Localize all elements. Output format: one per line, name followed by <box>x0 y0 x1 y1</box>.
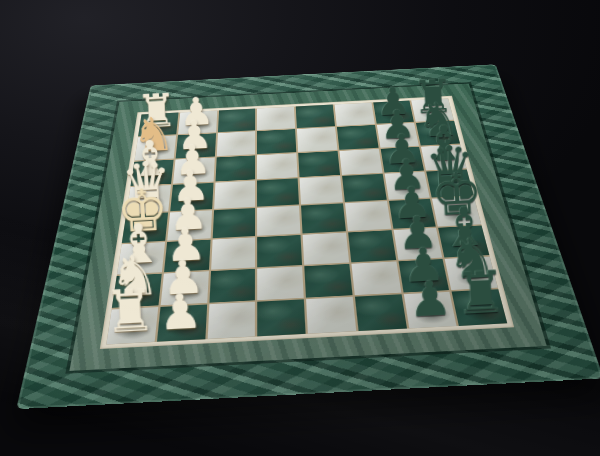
square-g5 <box>304 264 352 298</box>
photo-scene: ♜♟♟♜♞♟♟♞♝♟♟♝♛♟♟♛♚♟♟♚♝♟♟♝♞♟♟♞♜♟♟♜ <box>0 0 600 456</box>
piece-white-rook-h1: ♜ <box>103 284 157 339</box>
piece-white-pawn-h2: ♟ <box>157 290 202 337</box>
square-c5 <box>298 151 340 177</box>
square-h3 <box>207 302 255 339</box>
square-c6 <box>339 149 382 175</box>
square-e4 <box>257 206 300 236</box>
square-d3 <box>214 181 256 209</box>
square-g4 <box>257 266 303 300</box>
square-a6 <box>334 102 374 125</box>
square-b3 <box>216 131 255 156</box>
square-h8: ♜ <box>452 289 507 326</box>
chess-board: ♜♟♟♜♞♟♟♞♝♟♟♝♛♟♟♛♚♟♟♚♝♟♟♝♞♟♟♞♜♟♟♜ <box>16 64 600 409</box>
square-h2: ♟ <box>157 305 207 342</box>
square-g6 <box>351 261 401 295</box>
square-d6 <box>342 174 386 202</box>
square-c3 <box>215 155 255 181</box>
square-h7: ♟ <box>403 292 457 329</box>
square-g3 <box>209 268 255 302</box>
square-h4 <box>257 300 305 337</box>
board-white-line-frame: ♜♟♟♜♞♟♟♞♝♟♟♝♛♟♟♛♚♟♟♚♝♟♟♝♞♟♟♞♜♟♟♜ <box>100 96 514 349</box>
square-a4 <box>257 106 295 129</box>
square-h5 <box>306 297 356 334</box>
square-h6 <box>355 294 407 331</box>
square-d5 <box>300 176 343 204</box>
square-e5 <box>301 203 346 233</box>
square-h1: ♜ <box>106 307 158 344</box>
board-grid: ♜♟♟♜♞♟♟♞♝♟♟♝♛♟♟♛♚♟♟♚♝♟♟♝♞♟♟♞♜♟♟♜ <box>106 98 507 344</box>
piece-green-pawn-h7: ♟ <box>408 277 453 324</box>
square-d4 <box>257 178 299 206</box>
square-c4 <box>257 153 297 179</box>
square-f6 <box>348 230 396 262</box>
piece-green-rook-h8: ♜ <box>454 266 508 321</box>
square-f5 <box>303 232 349 264</box>
square-f4 <box>257 235 302 267</box>
board-marble-border: ♜♟♟♜♞♟♟♞♝♟♟♝♛♟♟♛♚♟♟♚♝♟♟♝♞♟♟♞♜♟♟♜ <box>69 84 546 371</box>
square-b4 <box>257 129 296 154</box>
square-e6 <box>345 201 391 231</box>
square-a5 <box>296 104 335 127</box>
square-e3 <box>212 208 255 238</box>
square-f3 <box>211 237 256 269</box>
square-b6 <box>337 125 378 150</box>
square-b5 <box>297 127 337 152</box>
square-a3 <box>218 109 256 133</box>
